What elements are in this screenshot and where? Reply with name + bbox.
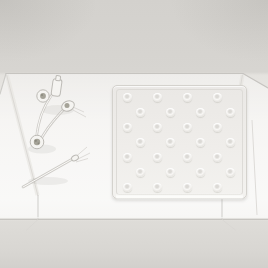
- peg: [196, 138, 205, 147]
- peg-row: [113, 105, 246, 120]
- plate-bottom-reflection: [116, 193, 243, 200]
- peg: [136, 108, 145, 117]
- peg: [213, 153, 222, 162]
- peg-plate: [112, 85, 247, 199]
- peg: [226, 168, 235, 177]
- peg: [136, 168, 145, 177]
- peg: [166, 138, 175, 147]
- peg-row: [113, 120, 246, 135]
- peg: [196, 168, 205, 177]
- peg: [123, 153, 132, 162]
- runner-left-socket: [37, 90, 49, 102]
- peg: [213, 183, 222, 192]
- peg: [226, 108, 235, 117]
- peg: [136, 138, 145, 147]
- peg: [196, 108, 205, 117]
- peg: [153, 153, 162, 162]
- peg: [183, 93, 192, 102]
- peg: [183, 183, 192, 192]
- peg: [213, 93, 222, 102]
- product-photo: [0, 0, 268, 268]
- peg: [123, 183, 132, 192]
- peg-row: [113, 150, 246, 165]
- peg: [226, 138, 235, 147]
- peg: [123, 93, 132, 102]
- runner-top-peg: [51, 75, 63, 97]
- peg-row: [113, 90, 246, 105]
- peg: [123, 123, 132, 132]
- peg-row: [113, 165, 246, 180]
- peg: [153, 123, 162, 132]
- peg: [166, 168, 175, 177]
- peg-row: [113, 135, 246, 150]
- peg: [213, 123, 222, 132]
- peg: [153, 93, 162, 102]
- runner-bottom-socket: [30, 135, 44, 149]
- peg-grid: [113, 90, 246, 198]
- peg: [166, 108, 175, 117]
- peg: [183, 153, 192, 162]
- peg: [183, 123, 192, 132]
- peg: [153, 183, 162, 192]
